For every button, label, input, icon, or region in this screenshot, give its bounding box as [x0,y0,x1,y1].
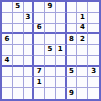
given-digit: 1 [58,46,63,53]
cell-r5c2[interactable] [13,45,24,56]
given-digit: 6 [37,24,42,31]
cell-r2c7[interactable] [67,13,78,24]
cell-r7c9[interactable]: 3 [88,67,99,78]
given-digit: 9 [69,90,74,97]
given-digit: 1 [37,79,42,86]
cell-r6c2[interactable] [13,56,24,67]
cell-r3c2[interactable] [13,24,24,35]
cell-r8c1[interactable] [2,77,13,88]
cell-r4c1[interactable]: 6 [2,34,13,45]
cell-r5c7[interactable] [67,45,78,56]
cell-r7c1[interactable] [2,67,13,78]
cell-r5c5[interactable]: 5 [45,45,56,56]
cell-r9c4[interactable] [34,88,45,99]
cell-r5c9[interactable] [88,45,99,56]
cell-r2c6[interactable] [56,13,67,24]
given-digit: 2 [80,36,85,43]
cell-r2c3[interactable]: 3 [24,13,35,24]
cell-r5c3[interactable] [24,45,35,56]
cell-r4c6[interactable] [56,34,67,45]
cell-r1c8[interactable] [77,2,88,13]
given-digit: 5 [69,68,74,75]
cell-r5c8[interactable] [77,45,88,56]
cell-r4c4[interactable] [34,34,45,45]
cell-r8c7[interactable] [67,77,78,88]
cell-r9c3[interactable] [24,88,35,99]
cell-r2c9[interactable] [88,13,99,24]
cell-r5c1[interactable] [2,45,13,56]
cell-r8c2[interactable] [13,77,24,88]
cell-r6c8[interactable] [77,56,88,67]
cell-r8c9[interactable] [88,77,99,88]
cell-r7c8[interactable] [77,67,88,78]
given-digit: 4 [80,24,85,31]
cell-r9c5[interactable] [45,88,56,99]
cell-r3c7[interactable] [67,24,78,35]
cell-r8c8[interactable] [77,77,88,88]
cell-r1c9[interactable] [88,2,99,13]
cell-r6c5[interactable] [45,56,56,67]
cell-r7c2[interactable] [13,67,24,78]
cell-r2c4[interactable] [34,13,45,24]
cell-r3c4[interactable]: 6 [34,24,45,35]
cell-r8c5[interactable] [45,77,56,88]
cell-r3c3[interactable] [24,24,35,35]
given-digit: 1 [80,14,85,21]
cell-r9c7[interactable]: 9 [67,88,78,99]
cell-r7c5[interactable] [45,67,56,78]
cell-r4c8[interactable]: 2 [77,34,88,45]
cell-r3c9[interactable] [88,24,99,35]
cell-r9c1[interactable] [2,88,13,99]
cell-r1c5[interactable]: 9 [45,2,56,13]
given-digit: 3 [91,68,96,75]
cell-r6c7[interactable] [67,56,78,67]
given-digit: 5 [15,3,20,10]
cell-r6c9[interactable] [88,56,99,67]
cell-r4c7[interactable]: 8 [67,34,78,45]
cell-r8c4[interactable]: 1 [34,77,45,88]
cell-r4c5[interactable] [45,34,56,45]
cell-r1c7[interactable] [67,2,78,13]
cell-r3c1[interactable] [2,24,13,35]
given-digit: 8 [69,36,74,43]
cell-r2c2[interactable] [13,13,24,24]
cell-r5c4[interactable] [34,45,45,56]
cell-r7c6[interactable] [56,67,67,78]
cell-r9c8[interactable] [77,88,88,99]
cell-r2c5[interactable] [45,13,56,24]
cell-r1c2[interactable]: 5 [13,2,24,13]
cell-r9c6[interactable] [56,88,67,99]
cell-r4c9[interactable] [88,34,99,45]
cell-r3c6[interactable] [56,24,67,35]
given-digit: 4 [4,57,9,64]
cell-r1c4[interactable] [34,2,45,13]
cell-r7c4[interactable]: 7 [34,67,45,78]
cell-r8c6[interactable] [56,77,67,88]
cell-r3c5[interactable] [45,24,56,35]
cell-r8c3[interactable] [24,77,35,88]
given-digit: 5 [48,46,53,53]
cell-r2c8[interactable]: 1 [77,13,88,24]
given-digit: 3 [26,14,31,21]
cell-r7c3[interactable] [24,67,35,78]
cell-r9c2[interactable] [13,88,24,99]
cell-r1c6[interactable] [56,2,67,13]
cell-r1c1[interactable] [2,2,13,13]
cell-r6c6[interactable] [56,56,67,67]
cell-r6c3[interactable] [24,56,35,67]
cell-r4c2[interactable] [13,34,24,45]
cell-r7c7[interactable]: 5 [67,67,78,78]
given-digit: 9 [48,3,53,10]
sudoku-board: 59316468251475319 [0,0,101,101]
cell-r9c9[interactable] [88,88,99,99]
cell-r6c4[interactable] [34,56,45,67]
cell-r3c8[interactable]: 4 [77,24,88,35]
cell-r5c6[interactable]: 1 [56,45,67,56]
cell-r4c3[interactable] [24,34,35,45]
cell-r2c1[interactable] [2,13,13,24]
given-digit: 7 [37,68,42,75]
cell-r1c3[interactable] [24,2,35,13]
given-digit: 6 [4,36,9,43]
cell-r6c1[interactable]: 4 [2,56,13,67]
